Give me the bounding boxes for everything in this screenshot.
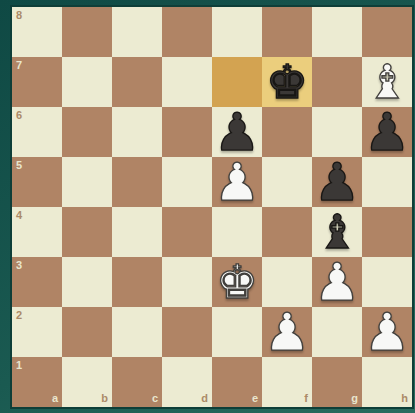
rank-label-3: 3 bbox=[16, 260, 22, 271]
white-pawn-f2[interactable]: ♟ bbox=[262, 307, 312, 357]
rank-label-8: 8 bbox=[16, 10, 22, 21]
black-pawn-e6[interactable]: ♟ bbox=[212, 107, 262, 157]
white-pawn-h2[interactable]: ♟ bbox=[362, 307, 412, 357]
white-pawn-e5[interactable]: ♟ bbox=[212, 157, 262, 207]
square-b2[interactable] bbox=[62, 307, 112, 357]
square-d1[interactable]: d bbox=[162, 357, 212, 407]
square-h3[interactable] bbox=[362, 257, 412, 307]
white-king-e3[interactable]: ♚ bbox=[212, 257, 262, 307]
square-f8[interactable] bbox=[262, 7, 312, 57]
chess-board: 87♚♝6♟♟5♟♟4♝3♚♟2♟♟1abcdefgh bbox=[12, 7, 412, 407]
square-b5[interactable] bbox=[62, 157, 112, 207]
square-e1[interactable]: e bbox=[212, 357, 262, 407]
rank-label-7: 7 bbox=[16, 60, 22, 71]
file-label-h: h bbox=[401, 393, 408, 404]
square-e7-last-move-from[interactable] bbox=[212, 57, 262, 107]
square-f3[interactable] bbox=[262, 257, 312, 307]
file-label-f: f bbox=[304, 393, 308, 404]
square-b8[interactable] bbox=[62, 7, 112, 57]
square-h8[interactable] bbox=[362, 7, 412, 57]
square-g8[interactable] bbox=[312, 7, 362, 57]
square-e8[interactable] bbox=[212, 7, 262, 57]
square-g2[interactable] bbox=[312, 307, 362, 357]
square-c4[interactable] bbox=[112, 207, 162, 257]
square-a8[interactable]: 8 bbox=[12, 7, 62, 57]
square-f5[interactable] bbox=[262, 157, 312, 207]
black-bishop-g4[interactable]: ♝ bbox=[312, 207, 362, 257]
square-f6[interactable] bbox=[262, 107, 312, 157]
square-d8[interactable] bbox=[162, 7, 212, 57]
chess-app-background: 87♚♝6♟♟5♟♟4♝3♚♟2♟♟1abcdefgh bbox=[0, 0, 415, 413]
square-e3[interactable]: ♚ bbox=[212, 257, 262, 307]
square-d6[interactable] bbox=[162, 107, 212, 157]
square-a6[interactable]: 6 bbox=[12, 107, 62, 157]
file-label-e: e bbox=[252, 393, 258, 404]
square-a1[interactable]: 1a bbox=[12, 357, 62, 407]
square-a4[interactable]: 4 bbox=[12, 207, 62, 257]
file-label-a: a bbox=[52, 393, 58, 404]
rank-label-5: 5 bbox=[16, 160, 22, 171]
white-pawn-g3[interactable]: ♟ bbox=[312, 257, 362, 307]
file-label-d: d bbox=[201, 393, 208, 404]
black-king-f7[interactable]: ♚ bbox=[262, 57, 312, 107]
square-c2[interactable] bbox=[112, 307, 162, 357]
white-bishop-h7[interactable]: ♝ bbox=[362, 57, 412, 107]
square-d4[interactable] bbox=[162, 207, 212, 257]
rank-label-1: 1 bbox=[16, 360, 22, 371]
black-pawn-h6[interactable]: ♟ bbox=[362, 107, 412, 157]
square-c1[interactable]: c bbox=[112, 357, 162, 407]
file-label-c: c bbox=[152, 393, 158, 404]
square-d5[interactable] bbox=[162, 157, 212, 207]
square-e2[interactable] bbox=[212, 307, 262, 357]
square-f1[interactable]: f bbox=[262, 357, 312, 407]
square-d2[interactable] bbox=[162, 307, 212, 357]
square-b3[interactable] bbox=[62, 257, 112, 307]
rank-label-2: 2 bbox=[16, 310, 22, 321]
file-label-b: b bbox=[101, 393, 108, 404]
square-a5[interactable]: 5 bbox=[12, 157, 62, 207]
square-c6[interactable] bbox=[112, 107, 162, 157]
square-h6[interactable]: ♟ bbox=[362, 107, 412, 157]
square-e5[interactable]: ♟ bbox=[212, 157, 262, 207]
rank-label-4: 4 bbox=[16, 210, 22, 221]
square-c5[interactable] bbox=[112, 157, 162, 207]
rank-label-6: 6 bbox=[16, 110, 22, 121]
square-f7-last-move-to[interactable]: ♚ bbox=[262, 57, 312, 107]
square-c7[interactable] bbox=[112, 57, 162, 107]
square-g3[interactable]: ♟ bbox=[312, 257, 362, 307]
square-g5[interactable]: ♟ bbox=[312, 157, 362, 207]
square-g1[interactable]: g bbox=[312, 357, 362, 407]
square-g6[interactable] bbox=[312, 107, 362, 157]
square-e4[interactable] bbox=[212, 207, 262, 257]
square-g4[interactable]: ♝ bbox=[312, 207, 362, 257]
square-h7[interactable]: ♝ bbox=[362, 57, 412, 107]
square-e6[interactable]: ♟ bbox=[212, 107, 262, 157]
square-b4[interactable] bbox=[62, 207, 112, 257]
square-h5[interactable] bbox=[362, 157, 412, 207]
square-c8[interactable] bbox=[112, 7, 162, 57]
square-d3[interactable] bbox=[162, 257, 212, 307]
square-h1[interactable]: h bbox=[362, 357, 412, 407]
square-a3[interactable]: 3 bbox=[12, 257, 62, 307]
square-b1[interactable]: b bbox=[62, 357, 112, 407]
square-d7[interactable] bbox=[162, 57, 212, 107]
square-c3[interactable] bbox=[112, 257, 162, 307]
square-f4[interactable] bbox=[262, 207, 312, 257]
square-b7[interactable] bbox=[62, 57, 112, 107]
square-a2[interactable]: 2 bbox=[12, 307, 62, 357]
black-pawn-g5[interactable]: ♟ bbox=[312, 157, 362, 207]
square-h2[interactable]: ♟ bbox=[362, 307, 412, 357]
square-h4[interactable] bbox=[362, 207, 412, 257]
square-b6[interactable] bbox=[62, 107, 112, 157]
square-f2[interactable]: ♟ bbox=[262, 307, 312, 357]
square-a7[interactable]: 7 bbox=[12, 57, 62, 107]
file-label-g: g bbox=[351, 393, 358, 404]
square-g7[interactable] bbox=[312, 57, 362, 107]
